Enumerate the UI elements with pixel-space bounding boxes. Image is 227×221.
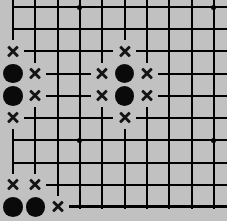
intersection-f5[interactable] <box>113 107 135 129</box>
liberty-x-mark <box>6 44 20 58</box>
intersection-h6[interactable] <box>158 85 180 107</box>
intersection-g2[interactable] <box>136 174 158 196</box>
intersection-d5[interactable] <box>69 107 91 129</box>
intersection-j3[interactable] <box>180 151 202 173</box>
intersection-e4[interactable] <box>91 129 113 151</box>
intersection-c10[interactable] <box>46 0 68 18</box>
intersection-c6[interactable] <box>46 85 68 107</box>
intersection-a10[interactable] <box>2 0 24 18</box>
intersection-a1[interactable] <box>2 196 24 218</box>
intersection-k10[interactable] <box>203 0 225 18</box>
intersection-b8[interactable] <box>24 40 46 62</box>
intersection-f1[interactable] <box>113 196 135 218</box>
intersection-e9[interactable] <box>91 18 113 40</box>
intersection-e5[interactable] <box>91 107 113 129</box>
intersection-e10[interactable] <box>91 0 113 18</box>
intersection-c7[interactable] <box>46 63 68 85</box>
intersection-b1[interactable] <box>24 196 46 218</box>
intersection-e3[interactable] <box>91 151 113 173</box>
black-stone <box>26 197 46 217</box>
intersection-e6[interactable] <box>91 85 113 107</box>
intersection-h7[interactable] <box>158 63 180 85</box>
intersection-h2[interactable] <box>158 174 180 196</box>
intersection-d3[interactable] <box>69 151 91 173</box>
intersection-h10[interactable] <box>158 0 180 18</box>
liberty-x-mark <box>118 111 132 125</box>
intersection-c2[interactable] <box>46 174 68 196</box>
intersection-j6[interactable] <box>180 85 202 107</box>
black-stone <box>3 86 23 106</box>
intersection-a8[interactable] <box>2 40 24 62</box>
intersection-f4[interactable] <box>113 129 135 151</box>
intersection-d1[interactable] <box>69 196 91 218</box>
intersection-c3[interactable] <box>46 151 68 173</box>
intersection-j2[interactable] <box>180 174 202 196</box>
intersection-j9[interactable] <box>180 18 202 40</box>
intersection-k5[interactable] <box>203 107 225 129</box>
intersection-d4[interactable] <box>69 129 91 151</box>
intersection-a2[interactable] <box>2 174 24 196</box>
black-stone <box>3 197 23 217</box>
intersection-e2[interactable] <box>91 174 113 196</box>
intersection-g7[interactable] <box>136 63 158 85</box>
intersection-d10[interactable] <box>69 0 91 18</box>
intersection-g4[interactable] <box>136 129 158 151</box>
intersection-f2[interactable] <box>113 174 135 196</box>
liberty-x-mark <box>51 200 65 214</box>
intersection-k1[interactable] <box>203 196 225 218</box>
intersection-j1[interactable] <box>180 196 202 218</box>
liberty-x-mark <box>28 67 42 81</box>
intersection-f8[interactable] <box>113 40 135 62</box>
liberty-x-mark <box>95 89 109 103</box>
black-stone <box>3 64 23 84</box>
liberty-x-mark <box>6 111 20 125</box>
intersection-a6[interactable] <box>2 85 24 107</box>
intersection-d2[interactable] <box>69 174 91 196</box>
intersection-g1[interactable] <box>136 196 158 218</box>
liberty-x-mark <box>28 89 42 103</box>
intersection-f7[interactable] <box>113 63 135 85</box>
intersection-a9[interactable] <box>2 18 24 40</box>
intersection-c1[interactable] <box>46 196 68 218</box>
intersection-d9[interactable] <box>69 18 91 40</box>
intersection-b9[interactable] <box>24 18 46 40</box>
liberty-x-mark <box>6 178 20 192</box>
intersection-h9[interactable] <box>158 18 180 40</box>
intersection-b7[interactable] <box>24 63 46 85</box>
intersection-j8[interactable] <box>180 40 202 62</box>
intersection-a3[interactable] <box>2 151 24 173</box>
intersection-j5[interactable] <box>180 107 202 129</box>
intersection-g9[interactable] <box>136 18 158 40</box>
intersection-j10[interactable] <box>180 0 202 18</box>
intersection-d8[interactable] <box>69 40 91 62</box>
intersection-a5[interactable] <box>2 107 24 129</box>
intersection-d6[interactable] <box>69 85 91 107</box>
intersection-h1[interactable] <box>158 196 180 218</box>
intersection-h5[interactable] <box>158 107 180 129</box>
intersection-e7[interactable] <box>91 63 113 85</box>
intersection-b6[interactable] <box>24 85 46 107</box>
intersection-b3[interactable] <box>24 151 46 173</box>
intersection-k9[interactable] <box>203 18 225 40</box>
intersection-k7[interactable] <box>203 63 225 85</box>
intersection-k2[interactable] <box>203 174 225 196</box>
intersection-b4[interactable] <box>24 129 46 151</box>
intersection-g8[interactable] <box>136 40 158 62</box>
intersection-g6[interactable] <box>136 85 158 107</box>
intersection-f10[interactable] <box>113 0 135 18</box>
intersection-g3[interactable] <box>136 151 158 173</box>
liberty-x-mark <box>118 44 132 58</box>
intersection-a4[interactable] <box>2 129 24 151</box>
intersection-h4[interactable] <box>158 129 180 151</box>
intersection-d7[interactable] <box>69 63 91 85</box>
intersection-g5[interactable] <box>136 107 158 129</box>
intersection-b10[interactable] <box>24 0 46 18</box>
liberty-x-mark <box>140 89 154 103</box>
board-grid <box>2 0 225 218</box>
intersection-k3[interactable] <box>203 151 225 173</box>
intersection-j7[interactable] <box>180 63 202 85</box>
liberty-x-mark <box>95 67 109 81</box>
intersection-c8[interactable] <box>46 40 68 62</box>
intersection-k4[interactable] <box>203 129 225 151</box>
intersection-b2[interactable] <box>24 174 46 196</box>
intersection-b5[interactable] <box>24 107 46 129</box>
black-stone <box>115 86 135 106</box>
intersection-c4[interactable] <box>46 129 68 151</box>
black-stone <box>115 64 135 84</box>
intersection-f9[interactable] <box>113 18 135 40</box>
intersection-k6[interactable] <box>203 85 225 107</box>
intersection-f6[interactable] <box>113 85 135 107</box>
intersection-h3[interactable] <box>158 151 180 173</box>
liberty-x-mark <box>28 178 42 192</box>
liberty-x-mark <box>140 67 154 81</box>
intersection-c5[interactable] <box>46 107 68 129</box>
intersection-f3[interactable] <box>113 151 135 173</box>
intersection-a7[interactable] <box>2 63 24 85</box>
intersection-c9[interactable] <box>46 18 68 40</box>
intersection-j4[interactable] <box>180 129 202 151</box>
intersection-k8[interactable] <box>203 40 225 62</box>
intersection-h8[interactable] <box>158 40 180 62</box>
intersection-e1[interactable] <box>91 196 113 218</box>
go-board <box>0 0 227 221</box>
intersection-e8[interactable] <box>91 40 113 62</box>
intersection-g10[interactable] <box>136 0 158 18</box>
